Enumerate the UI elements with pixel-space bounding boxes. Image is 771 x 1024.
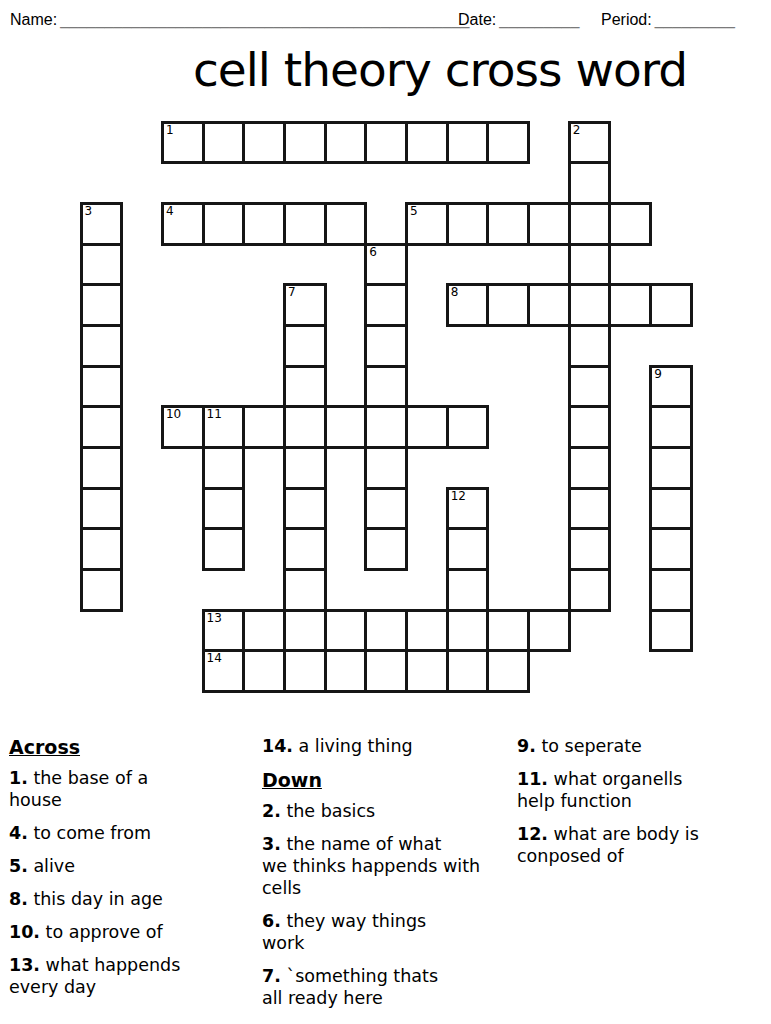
page-title: cell theory cross word <box>110 42 770 97</box>
grid-cell-r9c7[interactable] <box>364 487 408 531</box>
grid-cell-r3c7[interactable]: 6 <box>364 243 408 287</box>
grid-cell-r4c10[interactable] <box>486 283 530 327</box>
clue-number-4: 4 <box>166 205 174 218</box>
period-blank-line: _________ <box>655 11 735 28</box>
date-blank-line: _________ <box>499 11 579 28</box>
grid-cell-r2c9[interactable] <box>446 202 490 246</box>
grid-cell-r12c6[interactable] <box>324 609 368 653</box>
grid-cell-r2c11[interactable] <box>527 202 571 246</box>
grid-cell-r10c9[interactable] <box>446 527 490 571</box>
grid-cell-r2c13[interactable] <box>608 202 652 246</box>
grid-cell-r0c3[interactable] <box>202 121 246 165</box>
grid-cell-r4c5[interactable]: 7 <box>283 283 327 327</box>
name-blank-line: ________________________________________… <box>60 11 469 28</box>
grid-cell-r12c4[interactable] <box>242 609 286 653</box>
crossword-worksheet: { "game": "crossword", "title": "cell th… <box>0 0 771 1024</box>
grid-cell-r4c13[interactable] <box>608 283 652 327</box>
grid-cell-r8c3[interactable] <box>202 446 246 490</box>
grid-cell-r0c2[interactable]: 1 <box>161 121 205 165</box>
grid-cell-r12c14[interactable] <box>649 609 693 653</box>
grid-cell-r7c2[interactable]: 10 <box>161 405 205 449</box>
grid-cell-r10c14[interactable] <box>649 527 693 571</box>
grid-cell-r6c0[interactable] <box>80 365 124 409</box>
grid-cell-r4c0[interactable] <box>80 283 124 327</box>
clue-number-14: 14 <box>207 652 222 665</box>
grid-cell-r5c7[interactable] <box>364 324 408 368</box>
grid-cell-r5c12[interactable] <box>568 324 612 368</box>
grid-cell-r2c10[interactable] <box>486 202 530 246</box>
name-field: Name:___________________________________… <box>10 11 469 29</box>
grid-cell-r7c3[interactable]: 11 <box>202 405 246 449</box>
grid-cell-r13c4[interactable] <box>242 649 286 693</box>
grid-cell-r7c6[interactable] <box>324 405 368 449</box>
clue-d3: 3. the name of whatwe thinks happends wi… <box>262 833 512 899</box>
date-field: Date:_________ <box>458 11 579 29</box>
grid-cell-r9c5[interactable] <box>283 487 327 531</box>
grid-cell-r2c8[interactable]: 5 <box>405 202 449 246</box>
name-label: Name: <box>10 11 57 28</box>
grid-cell-r12c10[interactable] <box>486 609 530 653</box>
grid-cell-r4c9[interactable]: 8 <box>446 283 490 327</box>
grid-cell-r0c4[interactable] <box>242 121 286 165</box>
grid-cell-r0c10[interactable] <box>486 121 530 165</box>
grid-cell-r0c7[interactable] <box>364 121 408 165</box>
date-label: Date: <box>458 11 496 28</box>
grid-cell-r13c5[interactable] <box>283 649 327 693</box>
grid-cell-r8c7[interactable] <box>364 446 408 490</box>
grid-cell-r12c3[interactable]: 13 <box>202 609 246 653</box>
grid-cell-r3c12[interactable] <box>568 243 612 287</box>
clue-number-7: 7 <box>288 286 296 299</box>
grid-cell-r0c8[interactable] <box>405 121 449 165</box>
clue-column-2: 14. a living thingDown2. the basics3. th… <box>262 735 512 1020</box>
grid-cell-r10c7[interactable] <box>364 527 408 571</box>
grid-cell-r13c8[interactable] <box>405 649 449 693</box>
grid-cell-r5c5[interactable] <box>283 324 327 368</box>
grid-cell-r0c12[interactable]: 2 <box>568 121 612 165</box>
grid-cell-r11c0[interactable] <box>80 568 124 612</box>
clue-number-3: 3 <box>85 205 93 218</box>
grid-cell-r13c9[interactable] <box>446 649 490 693</box>
clue-d7: 7. `something thatsall ready here <box>262 965 512 1009</box>
grid-cell-r6c7[interactable] <box>364 365 408 409</box>
grid-cell-r11c5[interactable] <box>283 568 327 612</box>
grid-cell-r7c7[interactable] <box>364 405 408 449</box>
clue-section-header-across: Across <box>9 735 209 759</box>
grid-cell-r13c10[interactable] <box>486 649 530 693</box>
grid-cell-r12c11[interactable] <box>527 609 571 653</box>
grid-cell-r4c12[interactable] <box>568 283 612 327</box>
grid-cell-r8c14[interactable] <box>649 446 693 490</box>
clue-number-13: 13 <box>207 612 222 625</box>
clue-a10: 10. to approve of <box>9 921 209 943</box>
grid-cell-r12c9[interactable] <box>446 609 490 653</box>
grid-cell-r6c14[interactable]: 9 <box>649 365 693 409</box>
clue-column-3: 9. to seperate11. what organellshelp fun… <box>517 735 717 878</box>
grid-cell-r13c3[interactable]: 14 <box>202 649 246 693</box>
grid-cell-r12c5[interactable] <box>283 609 327 653</box>
clue-number-12: 12 <box>451 490 466 503</box>
grid-cell-r4c7[interactable] <box>364 283 408 327</box>
grid-cell-r8c12[interactable] <box>568 446 612 490</box>
clue-number-11: 11 <box>207 408 222 421</box>
grid-cell-r9c3[interactable] <box>202 487 246 531</box>
grid-cell-r9c12[interactable] <box>568 487 612 531</box>
clue-number-10: 10 <box>166 408 181 421</box>
grid-cell-r10c5[interactable] <box>283 527 327 571</box>
clue-a13: 13. what happendsevery day <box>9 954 209 998</box>
grid-cell-r13c6[interactable] <box>324 649 368 693</box>
grid-cell-r2c6[interactable] <box>324 202 368 246</box>
grid-cell-r1c12[interactable] <box>568 161 612 205</box>
clue-number-5: 5 <box>410 205 418 218</box>
clue-number-9: 9 <box>654 368 662 381</box>
grid-cell-r2c4[interactable] <box>242 202 286 246</box>
clue-d11: 11. what organellshelp function <box>517 768 717 812</box>
grid-cell-r10c3[interactable] <box>202 527 246 571</box>
period-field: Period:_________ <box>601 11 735 29</box>
grid-cell-r8c5[interactable] <box>283 446 327 490</box>
grid-cell-r7c8[interactable] <box>405 405 449 449</box>
grid-cell-r11c14[interactable] <box>649 568 693 612</box>
grid-cell-r4c11[interactable] <box>527 283 571 327</box>
grid-cell-r6c5[interactable] <box>283 365 327 409</box>
grid-cell-r7c4[interactable] <box>242 405 286 449</box>
grid-cell-r8c0[interactable] <box>80 446 124 490</box>
grid-cell-r6c12[interactable] <box>568 365 612 409</box>
clue-a14: 14. a living thing <box>262 735 512 757</box>
clue-a4: 4. to come from <box>9 822 209 844</box>
clue-number-6: 6 <box>369 246 377 259</box>
grid-cell-r2c3[interactable] <box>202 202 246 246</box>
clue-d2: 2. the basics <box>262 800 512 822</box>
clue-a8: 8. this day in age <box>9 888 209 910</box>
clue-a1: 1. the base of ahouse <box>9 767 209 811</box>
clue-column-1: Across1. the base of ahouse4. to come fr… <box>9 735 209 1009</box>
grid-cell-r2c5[interactable] <box>283 202 327 246</box>
grid-cell-r2c2[interactable]: 4 <box>161 202 205 246</box>
grid-cell-r12c8[interactable] <box>405 609 449 653</box>
grid-cell-r11c9[interactable] <box>446 568 490 612</box>
grid-cell-r0c9[interactable] <box>446 121 490 165</box>
crossword-grid: 1234567891011121314 <box>81 122 691 692</box>
grid-cell-r0c5[interactable] <box>283 121 327 165</box>
grid-cell-r10c0[interactable] <box>80 527 124 571</box>
clue-a5: 5. alive <box>9 855 209 877</box>
clue-number-8: 8 <box>451 286 459 299</box>
clue-d12: 12. what are body isconposed of <box>517 823 717 867</box>
grid-cell-r7c0[interactable] <box>80 405 124 449</box>
clue-d6: 6. they way thingswork <box>262 910 512 954</box>
clue-d9: 9. to seperate <box>517 735 717 757</box>
grid-cell-r2c12[interactable] <box>568 202 612 246</box>
grid-cell-r7c5[interactable] <box>283 405 327 449</box>
grid-cell-r3c0[interactable] <box>80 243 124 287</box>
grid-cell-r9c9[interactable]: 12 <box>446 487 490 531</box>
grid-cell-r7c12[interactable] <box>568 405 612 449</box>
grid-cell-r13c7[interactable] <box>364 649 408 693</box>
grid-cell-r0c6[interactable] <box>324 121 368 165</box>
period-label: Period: <box>601 11 652 28</box>
grid-cell-r10c12[interactable] <box>568 527 612 571</box>
grid-cell-r4c14[interactable] <box>649 283 693 327</box>
grid-cell-r2c0[interactable]: 3 <box>80 202 124 246</box>
grid-cell-r5c0[interactable] <box>80 324 124 368</box>
grid-cell-r11c12[interactable] <box>568 568 612 612</box>
clue-number-2: 2 <box>573 124 581 137</box>
grid-cell-r9c0[interactable] <box>80 487 124 531</box>
grid-cell-r12c7[interactable] <box>364 609 408 653</box>
clue-section-header-down: Down <box>262 768 512 792</box>
grid-cell-r9c14[interactable] <box>649 487 693 531</box>
clue-number-1: 1 <box>166 124 174 137</box>
grid-cell-r7c9[interactable] <box>446 405 490 449</box>
grid-cell-r7c14[interactable] <box>649 405 693 449</box>
